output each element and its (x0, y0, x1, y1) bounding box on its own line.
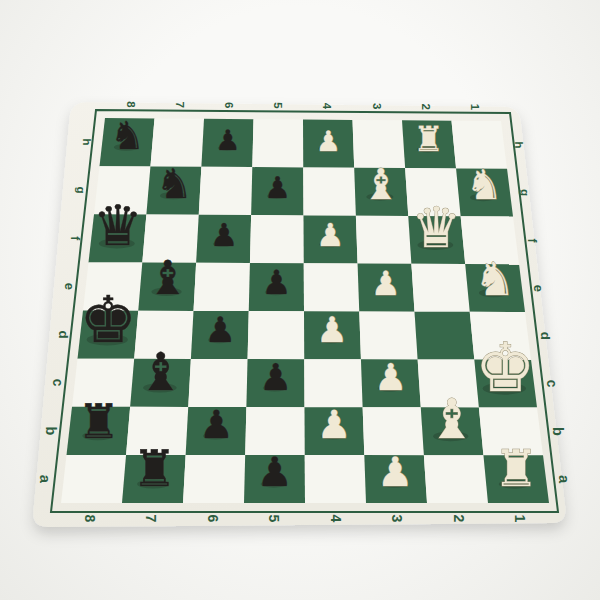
rank-label-top-8: 8 (125, 101, 137, 108)
piece-black-knight-g7[interactable]: ♞ (156, 160, 193, 208)
piece-white-pawn-b4[interactable]: ♟ (317, 402, 352, 447)
square-a6[interactable] (183, 455, 245, 503)
square-e2[interactable] (411, 264, 469, 312)
file-label-left-b: b (43, 426, 59, 435)
piece-white-knight-e1[interactable]: ♞ (474, 252, 515, 306)
file-label-left-g: g (75, 187, 88, 194)
rank-label-bottom-6: 6 (205, 514, 221, 522)
piece-white-pawn-c3[interactable]: ♟ (374, 356, 407, 399)
rank-label-top-5: 5 (272, 102, 284, 109)
square-d3[interactable] (359, 311, 417, 359)
file-label-left-h: h (81, 139, 93, 146)
piece-black-bishop-c7[interactable]: ♝ (137, 341, 184, 402)
piece-white-pawn-a3[interactable]: ♟ (377, 448, 413, 496)
piece-black-pawn-g5[interactable]: ♟ (264, 170, 291, 205)
piece-white-pawn-h4[interactable]: ♟ (316, 125, 341, 158)
piece-white-king-c1[interactable]: ♚ (475, 328, 536, 407)
square-f5[interactable] (250, 215, 304, 263)
file-label-left-c: c (50, 379, 65, 387)
rank-label-bottom-3: 3 (389, 514, 405, 522)
square-f3[interactable] (356, 216, 412, 264)
piece-black-rook-b8[interactable]: ♜ (77, 394, 120, 449)
square-e6[interactable] (194, 263, 250, 311)
piece-black-king-d8[interactable]: ♚ (79, 282, 137, 357)
square-g4[interactable] (303, 167, 356, 215)
rank-label-bottom-1: 1 (512, 514, 528, 522)
rank-label-top-2: 2 (420, 103, 432, 109)
piece-black-pawn-c5[interactable]: ♟ (259, 356, 292, 399)
piece-black-pawn-d6[interactable]: ♟ (204, 309, 236, 350)
piece-black-pawn-e5[interactable]: ♟ (262, 263, 292, 302)
piece-black-rook-a7[interactable]: ♜ (132, 439, 177, 498)
piece-white-queen-f2[interactable]: ♛ (411, 195, 461, 260)
rank-label-bottom-4: 4 (328, 514, 344, 522)
piece-white-rook-a1[interactable]: ♜ (493, 439, 538, 498)
file-label-left-e: e (62, 283, 77, 290)
chessboard: 8877665544332211hhggffeeddccbbaa♞♟♟♜♞♟♝♞… (0, 0, 600, 600)
rank-label-top-3: 3 (371, 103, 383, 109)
photo-stage: 8877665544332211hhggffeeddccbbaa♞♟♟♜♞♟♝♞… (0, 0, 600, 600)
square-e4[interactable] (304, 263, 360, 311)
piece-white-pawn-f4[interactable]: ♟ (316, 217, 344, 253)
square-c4[interactable] (304, 359, 362, 407)
piece-black-pawn-b6[interactable]: ♟ (199, 402, 234, 447)
square-d5[interactable] (248, 311, 305, 359)
rank-label-top-4: 4 (321, 103, 333, 110)
file-label-right-g: g (519, 189, 532, 196)
file-label-right-d: d (538, 332, 553, 340)
rank-label-top-7: 7 (174, 102, 186, 108)
square-a2[interactable] (424, 455, 488, 503)
square-c6[interactable] (188, 359, 247, 407)
piece-black-pawn-f6[interactable]: ♟ (210, 217, 238, 253)
rank-label-bottom-5: 5 (266, 514, 282, 522)
file-label-right-b: b (550, 427, 566, 436)
rank-label-bottom-8: 8 (82, 514, 98, 522)
file-label-right-c: c (544, 380, 559, 388)
rank-label-bottom-2: 2 (451, 514, 467, 522)
piece-white-knight-g1[interactable]: ♞ (466, 161, 503, 209)
file-label-right-h: h (513, 142, 525, 149)
square-a8[interactable] (61, 455, 126, 503)
file-label-left-a: a (37, 475, 53, 484)
square-a4[interactable] (305, 455, 366, 503)
square-d2[interactable] (415, 312, 475, 360)
piece-black-queen-f8[interactable]: ♛ (93, 193, 143, 258)
piece-white-bishop-b2[interactable]: ♝ (427, 387, 476, 451)
file-label-right-a: a (556, 475, 572, 484)
piece-black-pawn-h6[interactable]: ♟ (215, 124, 240, 157)
piece-black-bishop-e7[interactable]: ♝ (146, 250, 188, 305)
file-label-left-d: d (56, 330, 71, 338)
piece-white-pawn-d4[interactable]: ♟ (316, 309, 348, 350)
piece-white-rook-h2[interactable]: ♜ (413, 119, 444, 159)
rank-label-top-1: 1 (469, 104, 481, 111)
square-h5[interactable] (252, 119, 303, 167)
rank-label-bottom-7: 7 (143, 514, 159, 522)
piece-black-pawn-a5[interactable]: ♟ (257, 448, 293, 496)
piece-white-pawn-e3[interactable]: ♟ (371, 264, 401, 303)
rank-label-top-6: 6 (223, 102, 235, 108)
piece-black-knight-h8[interactable]: ♞ (110, 113, 145, 158)
file-label-right-e: e (531, 285, 546, 292)
piece-white-bishop-g3[interactable]: ♝ (362, 160, 400, 209)
square-g6[interactable] (199, 167, 253, 215)
